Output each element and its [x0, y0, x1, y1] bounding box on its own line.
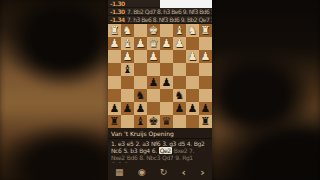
black-rook: ♜: [108, 115, 121, 128]
square-a3[interactable]: ♟: [199, 50, 212, 63]
move-token[interactable]: 2.: [135, 140, 140, 147]
black-pawn: ♟: [147, 76, 160, 89]
square-c4[interactable]: [173, 63, 186, 76]
square-e4[interactable]: [147, 63, 160, 76]
square-h1[interactable]: ♜: [108, 24, 121, 37]
square-d5[interactable]: ♟: [160, 76, 173, 89]
square-f2[interactable]: ♟: [134, 37, 147, 50]
back-icon[interactable]: ‹: [182, 166, 187, 179]
engine-line[interactable]: -1.307. Bb2 Qd7 8. h3 Be6 9. Nf3 Bd6 10.…: [108, 8, 212, 16]
square-d6[interactable]: [160, 89, 173, 102]
square-b8[interactable]: [186, 115, 199, 128]
move-token[interactable]: 3.: [162, 140, 167, 147]
black-pawn: ♟: [108, 102, 121, 115]
square-f6[interactable]: ♞: [134, 89, 147, 102]
square-d7[interactable]: [160, 102, 173, 115]
square-f4[interactable]: [134, 63, 147, 76]
notation-panel: Van 't Kruijs Opening 1.e3e52.a3Nf63.g3d…: [108, 128, 212, 180]
move-token[interactable]: a3: [142, 140, 149, 147]
move-token[interactable]: O-O-O: [111, 161, 128, 163]
square-b2[interactable]: [186, 37, 199, 50]
move-token[interactable]: d5: [178, 140, 185, 147]
square-e1[interactable]: ♚: [147, 24, 160, 37]
square-b5[interactable]: [186, 76, 199, 89]
white-bishop: ♝: [121, 37, 134, 50]
white-king: ♚: [147, 24, 160, 37]
move-token[interactable]: 9.: [175, 154, 180, 161]
white-pawn: ♟: [186, 50, 199, 63]
square-g5[interactable]: [121, 76, 134, 89]
move-token[interactable]: 1.: [111, 140, 116, 147]
white-knight: ♞: [186, 24, 199, 37]
square-e3[interactable]: ♟: [147, 50, 160, 63]
move-token[interactable]: 8.: [139, 154, 144, 161]
move-token[interactable]: Bd6: [127, 154, 138, 161]
hint-icon[interactable]: ◉: [138, 166, 146, 179]
eval-variation: 7. h3 Be6 8. Nf3 Bd6 9. Bb2 Qe7 10. Nc3: [127, 16, 212, 23]
square-b7[interactable]: ♟: [186, 102, 199, 115]
replay-icon[interactable]: ↻: [160, 166, 168, 179]
square-f3[interactable]: [134, 50, 147, 63]
square-b1[interactable]: ♞: [186, 24, 199, 37]
square-b6[interactable]: [186, 89, 199, 102]
move-token[interactable]: 4.: [187, 140, 192, 147]
black-pawn: ♟: [160, 76, 173, 89]
eval-score: -1.34: [110, 16, 127, 23]
white-pawn: ♟: [108, 37, 121, 50]
white-bishop: ♝: [173, 24, 186, 37]
background-blur-left: [0, 0, 111, 180]
black-queen: ♛: [160, 115, 173, 128]
eval-variation: 7. Bb2 Qd7 8. h3 Be6 9. Nf3 Bd6 10. Nc3: [127, 8, 212, 15]
eval-score: -1.30: [110, 0, 127, 7]
move-token[interactable]: e3: [118, 140, 125, 147]
square-g6[interactable]: [121, 89, 134, 102]
move-token[interactable]: Bg4: [139, 147, 150, 154]
white-rook: ♜: [199, 24, 212, 37]
move-token[interactable]: Nxe2: [111, 154, 125, 161]
move-token[interactable]: b3: [130, 147, 137, 154]
square-d3[interactable]: [160, 50, 173, 63]
white-pawn: ♟: [147, 50, 160, 63]
black-rook: ♜: [199, 115, 212, 128]
square-c3[interactable]: [173, 50, 186, 63]
square-c5[interactable]: [173, 76, 186, 89]
square-g1[interactable]: ♞: [121, 24, 134, 37]
black-bishop: ♝: [121, 63, 134, 76]
black-knight: ♞: [173, 89, 186, 102]
white-pawn: ♟: [199, 50, 212, 63]
square-e5[interactable]: ♟: [147, 76, 160, 89]
banner-placeholder[interactable]: [160, 0, 212, 8]
white-pawn: ♟: [134, 37, 147, 50]
square-d8[interactable]: ♛: [160, 115, 173, 128]
square-c8[interactable]: [173, 115, 186, 128]
black-bishop: ♝: [134, 115, 147, 128]
square-f5[interactable]: [134, 76, 147, 89]
black-pawn: ♟: [186, 102, 199, 115]
square-d1[interactable]: [160, 24, 173, 37]
board-menu-icon[interactable]: ▦: [115, 166, 124, 179]
engine-line[interactable]: -1.347. h3 Be6 8. Nf3 Bd6 9. Bb2 Qe7 10.…: [108, 16, 212, 24]
move-token[interactable]: Bg2: [194, 140, 205, 147]
white-pawn: ♟: [121, 50, 134, 63]
square-a6[interactable]: [199, 89, 212, 102]
square-e6[interactable]: [147, 89, 160, 102]
square-g8[interactable]: [121, 115, 134, 128]
square-h7[interactable]: ♟: [108, 102, 121, 115]
square-g4[interactable]: ♝: [121, 63, 134, 76]
square-a8[interactable]: ♜: [199, 115, 212, 128]
square-a5[interactable]: [199, 76, 212, 89]
white-rook: ♜: [108, 24, 121, 37]
square-a2[interactable]: [199, 37, 212, 50]
move-token[interactable]: Qd7: [162, 154, 173, 161]
move-token[interactable]: Nf6: [151, 140, 160, 147]
square-h4[interactable]: [108, 63, 121, 76]
black-knight: ♞: [134, 89, 147, 102]
square-h6[interactable]: [108, 89, 121, 102]
black-pawn: ♟: [121, 102, 134, 115]
move-token[interactable]: Nc6: [111, 147, 121, 154]
chess-app: -1.30-1.307. Bb2 Qd7 8. h3 Be6 9. Nf3 Bd…: [108, 0, 212, 180]
bottom-toolbar: ▦◉↻‹›: [108, 166, 212, 179]
black-pawn: ♟: [199, 102, 212, 115]
white-pawn: ♟: [173, 37, 186, 50]
white-queen: ♛: [147, 37, 160, 50]
square-h8[interactable]: ♜: [108, 115, 121, 128]
white-knight: ♞: [121, 24, 134, 37]
square-c1[interactable]: ♝: [173, 24, 186, 37]
square-h2[interactable]: ♟: [108, 37, 121, 50]
square-b3[interactable]: ♟: [186, 50, 199, 63]
square-b4[interactable]: [186, 63, 199, 76]
square-g3[interactable]: ♟: [121, 50, 134, 63]
square-g7[interactable]: ♟: [121, 102, 134, 115]
square-a7[interactable]: ♟: [199, 102, 212, 115]
square-e7[interactable]: [147, 102, 160, 115]
square-g2[interactable]: ♝: [121, 37, 134, 50]
move-token[interactable]: 7.: [189, 147, 194, 154]
square-f8[interactable]: ♝: [134, 115, 147, 128]
move-token[interactable]: e5: [127, 140, 134, 147]
square-f7[interactable]: ♟: [134, 102, 147, 115]
square-h3[interactable]: [108, 50, 121, 63]
move-token[interactable]: 6.: [152, 147, 157, 154]
square-e8[interactable]: ♚: [147, 115, 160, 128]
square-h5[interactable]: [108, 76, 121, 89]
opening-name: Van 't Kruijs Opening: [108, 128, 212, 139]
black-pawn: ♟: [134, 102, 147, 115]
square-c6[interactable]: ♞: [173, 89, 186, 102]
square-a1[interactable]: ♜: [199, 24, 212, 37]
move-token[interactable]: g3: [169, 140, 176, 147]
black-king: ♚: [147, 115, 160, 128]
eval-score: -1.30: [110, 8, 127, 15]
square-a4[interactable]: [199, 63, 212, 76]
move-token[interactable]: Bxe2: [174, 147, 187, 154]
move-token[interactable]: Qe2: [159, 147, 172, 154]
screen: -1.30-1.307. Bb2 Qd7 8. h3 Be6 9. Nf3 Bd…: [0, 0, 320, 180]
square-f1[interactable]: [134, 24, 147, 37]
move-list[interactable]: 1.e3e52.a3Nf63.g3d54.Bg2Nc65.b3Bg46.Qe2B…: [108, 139, 212, 163]
square-d4[interactable]: [160, 63, 173, 76]
white-pawn: ♟: [160, 37, 173, 50]
square-e2[interactable]: ♛: [147, 37, 160, 50]
square-c2[interactable]: ♟: [173, 37, 186, 50]
move-token[interactable]: 5.: [123, 147, 128, 154]
forward-icon[interactable]: ›: [200, 166, 205, 179]
square-d2[interactable]: ♟: [160, 37, 173, 50]
black-pawn: ♟: [173, 102, 186, 115]
move-token[interactable]: Rg1: [182, 154, 193, 161]
chess-board[interactable]: ♜♞♚♝♞♜♟♝♟♛♟♟♟♟♟♟♝♟♟♞♞♟♟♟♟♟♟♜♝♚♛♜: [108, 24, 212, 128]
background-blur-right: [209, 0, 320, 180]
square-c7[interactable]: ♟: [173, 102, 186, 115]
move-token[interactable]: Nbc3: [146, 154, 160, 161]
